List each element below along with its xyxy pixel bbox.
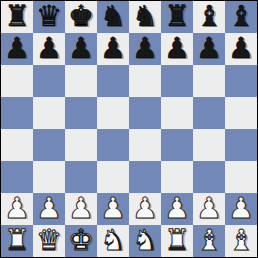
square-h7[interactable]: ♟ [225, 33, 257, 65]
piece-black-rook[interactable]: ♜ [4, 1, 30, 32]
square-f6[interactable] [161, 65, 193, 97]
piece-black-knight[interactable]: ♞ [132, 1, 158, 32]
chess-board-frame: ♜♛♚♞♞♜♝♝♟♟♟♟♟♟♟♟♟♟♟♟♟♟♟♟♜♛♚♞♞♜♝♝ [0, 0, 258, 258]
square-d8[interactable]: ♞ [97, 1, 129, 33]
square-g7[interactable]: ♟ [193, 33, 225, 65]
square-g4[interactable] [193, 129, 225, 161]
piece-white-knight[interactable]: ♞ [100, 225, 126, 256]
square-h3[interactable] [225, 161, 257, 193]
square-e8[interactable]: ♞ [129, 1, 161, 33]
square-b2[interactable]: ♟ [33, 193, 65, 225]
piece-white-bishop[interactable]: ♝ [228, 225, 254, 256]
piece-black-pawn[interactable]: ♟ [132, 33, 158, 64]
square-c5[interactable] [65, 97, 97, 129]
square-h2[interactable]: ♟ [225, 193, 257, 225]
square-c8[interactable]: ♚ [65, 1, 97, 33]
square-h1[interactable]: ♝ [225, 225, 257, 257]
square-h4[interactable] [225, 129, 257, 161]
piece-white-pawn[interactable]: ♟ [68, 193, 94, 224]
piece-black-pawn[interactable]: ♟ [196, 33, 222, 64]
piece-white-pawn[interactable]: ♟ [132, 193, 158, 224]
square-d4[interactable] [97, 129, 129, 161]
square-e3[interactable] [129, 161, 161, 193]
square-e5[interactable] [129, 97, 161, 129]
piece-black-pawn[interactable]: ♟ [36, 33, 62, 64]
square-e2[interactable]: ♟ [129, 193, 161, 225]
piece-black-bishop[interactable]: ♝ [196, 1, 222, 32]
square-a2[interactable]: ♟ [1, 193, 33, 225]
square-e7[interactable]: ♟ [129, 33, 161, 65]
square-f8[interactable]: ♜ [161, 1, 193, 33]
square-a4[interactable] [1, 129, 33, 161]
piece-white-rook[interactable]: ♜ [164, 225, 190, 256]
square-b7[interactable]: ♟ [33, 33, 65, 65]
square-a8[interactable]: ♜ [1, 1, 33, 33]
square-g2[interactable]: ♟ [193, 193, 225, 225]
square-f5[interactable] [161, 97, 193, 129]
square-a1[interactable]: ♜ [1, 225, 33, 257]
square-a7[interactable]: ♟ [1, 33, 33, 65]
square-g8[interactable]: ♝ [193, 1, 225, 33]
square-a6[interactable] [1, 65, 33, 97]
square-g1[interactable]: ♝ [193, 225, 225, 257]
piece-white-pawn[interactable]: ♟ [4, 193, 30, 224]
square-c2[interactable]: ♟ [65, 193, 97, 225]
square-c6[interactable] [65, 65, 97, 97]
square-d3[interactable] [97, 161, 129, 193]
square-b8[interactable]: ♛ [33, 1, 65, 33]
square-a5[interactable] [1, 97, 33, 129]
square-b1[interactable]: ♛ [33, 225, 65, 257]
piece-white-pawn[interactable]: ♟ [100, 193, 126, 224]
piece-black-king[interactable]: ♚ [68, 1, 94, 32]
piece-white-bishop[interactable]: ♝ [196, 225, 222, 256]
piece-white-knight[interactable]: ♞ [132, 225, 158, 256]
square-b4[interactable] [33, 129, 65, 161]
square-f1[interactable]: ♜ [161, 225, 193, 257]
square-e4[interactable] [129, 129, 161, 161]
piece-black-pawn[interactable]: ♟ [228, 33, 254, 64]
square-h6[interactable] [225, 65, 257, 97]
square-d6[interactable] [97, 65, 129, 97]
piece-black-bishop[interactable]: ♝ [228, 1, 254, 32]
square-g3[interactable] [193, 161, 225, 193]
square-a3[interactable] [1, 161, 33, 193]
chess-board: ♜♛♚♞♞♜♝♝♟♟♟♟♟♟♟♟♟♟♟♟♟♟♟♟♜♛♚♞♞♜♝♝ [1, 1, 257, 257]
piece-black-rook[interactable]: ♜ [164, 1, 190, 32]
piece-black-queen[interactable]: ♛ [36, 1, 62, 32]
square-c1[interactable]: ♚ [65, 225, 97, 257]
piece-white-pawn[interactable]: ♟ [36, 193, 62, 224]
square-f3[interactable] [161, 161, 193, 193]
square-b5[interactable] [33, 97, 65, 129]
square-h8[interactable]: ♝ [225, 1, 257, 33]
square-d7[interactable]: ♟ [97, 33, 129, 65]
piece-black-pawn[interactable]: ♟ [100, 33, 126, 64]
piece-white-pawn[interactable]: ♟ [164, 193, 190, 224]
square-g5[interactable] [193, 97, 225, 129]
square-d1[interactable]: ♞ [97, 225, 129, 257]
square-e1[interactable]: ♞ [129, 225, 161, 257]
square-b3[interactable] [33, 161, 65, 193]
square-f7[interactable]: ♟ [161, 33, 193, 65]
square-f4[interactable] [161, 129, 193, 161]
piece-black-pawn[interactable]: ♟ [68, 33, 94, 64]
square-f2[interactable]: ♟ [161, 193, 193, 225]
piece-black-knight[interactable]: ♞ [100, 1, 126, 32]
piece-black-pawn[interactable]: ♟ [4, 33, 30, 64]
square-c7[interactable]: ♟ [65, 33, 97, 65]
square-c3[interactable] [65, 161, 97, 193]
piece-black-pawn[interactable]: ♟ [164, 33, 190, 64]
square-e6[interactable] [129, 65, 161, 97]
square-c4[interactable] [65, 129, 97, 161]
piece-white-pawn[interactable]: ♟ [196, 193, 222, 224]
square-h5[interactable] [225, 97, 257, 129]
piece-white-king[interactable]: ♚ [68, 225, 94, 256]
piece-white-queen[interactable]: ♛ [36, 225, 62, 256]
square-g6[interactable] [193, 65, 225, 97]
square-d2[interactable]: ♟ [97, 193, 129, 225]
piece-white-pawn[interactable]: ♟ [228, 193, 254, 224]
square-b6[interactable] [33, 65, 65, 97]
square-d5[interactable] [97, 97, 129, 129]
piece-white-rook[interactable]: ♜ [4, 225, 30, 256]
